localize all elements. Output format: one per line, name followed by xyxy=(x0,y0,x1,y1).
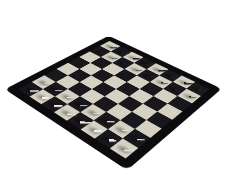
chess-board-mat: ♜♞♝♛♚♝♞♜♟♟♟♟♟♟♟♟♟♟♟♟♟♟♟♟♜♞♝♛♚♝♞♜ xyxy=(5,36,222,170)
square-h1: ♜ xyxy=(110,138,138,158)
chess-set-photo: ♜♞♝♛♚♝♞♜♟♟♟♟♟♟♟♟♟♟♟♟♟♟♟♟♜♞♝♛♚♝♞♜ xyxy=(0,0,234,180)
board-perspective-wrapper: ♜♞♝♛♚♝♞♜♟♟♟♟♟♟♟♟♟♟♟♟♟♟♟♟♜♞♝♛♚♝♞♜ xyxy=(34,7,198,171)
